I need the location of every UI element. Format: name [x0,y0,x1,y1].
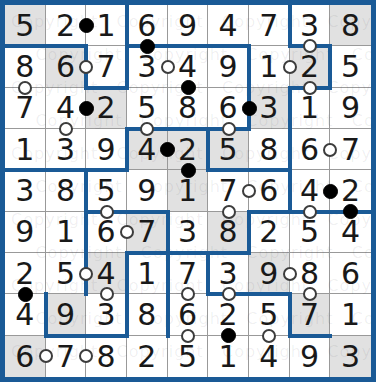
cell-r2c6[interactable]: 9 [208,46,249,87]
cell-r6c1[interactable]: 9 [5,212,46,253]
white-dot-h-r7c7 [283,267,297,281]
cage-wall-v-r5c2 [84,168,88,213]
cage-wall-h-r1c5 [166,44,211,48]
cell-r6c5[interactable]: 3 [168,212,209,253]
cage-wall-v-r2c8 [328,44,332,89]
white-dot-v-r5c3 [100,205,114,219]
white-dot-h-r4c8 [323,143,337,157]
cell-r4c7[interactable]: 8 [249,129,290,170]
cage-wall-h-r1c2 [44,44,89,48]
cage-wall-v-r8c4 [166,292,170,337]
cage-wall-h-r4c1 [3,168,48,172]
black-dot-v-r2c5 [181,80,196,95]
cage-wall-v-r5c7 [288,168,292,213]
cell-r8c9[interactable]: 1 [330,294,371,335]
cage-wall-h-r5c7 [247,210,292,214]
white-dot-h-r9c1 [39,349,53,363]
cell-r6c7[interactable]: 2 [249,212,290,253]
cage-wall-v-r7c3 [125,251,129,296]
cell-r1c7[interactable]: 7 [249,5,290,46]
sudoku-board: 5216947388673491257425863191394258673859… [0,0,376,382]
cell-r1c5[interactable]: 9 [168,5,209,46]
cell-r5c2[interactable]: 8 [46,170,87,211]
cage-wall-v-r2c3 [125,44,129,89]
black-dot-h-r5c8 [323,184,338,199]
cage-wall-h-r6c5 [166,251,211,255]
white-dot-v-r5c8 [303,205,317,219]
white-dot-h-r2c7 [283,60,297,74]
cell-r7c4[interactable]: 1 [127,253,168,294]
cage-wall-v-r2c6 [247,44,251,89]
cage-wall-h-r8c2 [44,334,89,338]
cage-wall-h-r3c5 [166,127,211,131]
cage-wall-v-r7c4 [166,251,170,296]
black-dot-v-r7c1 [18,287,33,302]
cage-wall-h-r7c7 [247,292,292,296]
cage-wall-v-r3c7 [288,86,292,131]
cage-wall-h-r6c6 [206,251,251,255]
cell-r3c9[interactable]: 9 [330,88,371,129]
cell-r9c4[interactable]: 2 [127,336,168,377]
white-dot-h-r2c4 [161,60,175,74]
cell-r4c1[interactable]: 1 [5,129,46,170]
white-dot-v-r3c6 [222,122,236,136]
cage-wall-h-r4c2 [44,168,89,172]
black-dot-h-r1c2 [79,18,94,33]
cage-wall-v-r6c6 [247,210,251,255]
cell-r1c9[interactable]: 8 [330,5,371,46]
white-dot-v-r8c7 [262,329,276,343]
white-dot-v-r3c2 [59,122,73,136]
cage-wall-v-r4c7 [288,127,292,172]
cage-wall-h-r4c6 [206,168,251,172]
cage-wall-v-r1c3 [125,3,129,48]
white-dot-v-r7c3 [100,287,114,301]
white-dot-v-r2c1 [18,81,32,95]
cell-r6c2[interactable]: 1 [46,212,87,253]
cell-r4c3[interactable]: 9 [86,129,127,170]
cage-wall-v-r8c3 [125,292,129,337]
white-dot-v-r7c6 [222,287,236,301]
cage-wall-v-r1c7 [288,3,292,48]
white-dot-v-r8c5 [181,329,195,343]
cell-r9c8[interactable]: 9 [290,336,331,377]
cage-wall-v-r8c1 [44,292,48,337]
white-dot-v-r5c6 [222,205,236,219]
cell-r8c4[interactable]: 8 [127,294,168,335]
cell-r2c9[interactable]: 5 [330,46,371,87]
cage-wall-h-r6c4 [125,251,170,255]
cage-wall-h-r8c3 [84,334,129,338]
black-dot-h-r3c2 [79,101,94,116]
cage-wall-h-r8c8 [288,334,333,338]
cage-wall-v-r4c3 [125,127,129,172]
black-dot-v-r1c4 [140,39,155,54]
cage-wall-h-r4c7 [247,168,292,172]
cage-wall-v-r7c5 [206,251,210,296]
cage-wall-v-r6c2 [84,210,88,255]
cell-r5c4[interactable]: 9 [127,170,168,211]
puzzle-screenshot: 5216947388673491257425863191394258673859… [0,0,376,385]
white-dot-h-r5c6 [242,184,256,198]
cage-wall-h-r1c1 [3,44,48,48]
black-dot-v-r4c5 [181,163,196,178]
board-grid: 5216947388673491257425863191394258673859… [5,5,371,377]
cage-wall-h-r2c3 [84,86,129,90]
cage-wall-v-r6c4 [166,210,170,255]
cell-r1c6[interactable]: 4 [208,5,249,46]
cell-r8c2[interactable]: 9 [46,294,87,335]
cell-r1c1[interactable]: 5 [5,5,46,46]
cell-r5c1[interactable]: 3 [5,170,46,211]
cell-r7c9[interactable]: 6 [330,253,371,294]
cell-r9c9[interactable]: 3 [330,336,371,377]
cage-wall-v-r8c7 [288,292,292,337]
cage-wall-h-r1c6 [206,44,251,48]
white-dot-v-r2c8 [303,81,317,95]
cage-wall-h-r4c3 [84,168,129,172]
cage-wall-h-r5c4 [125,210,170,214]
cage-wall-v-r4c5 [206,127,210,172]
black-dot-h-r3c6 [242,101,257,116]
white-dot-h-r7c2 [79,267,93,281]
